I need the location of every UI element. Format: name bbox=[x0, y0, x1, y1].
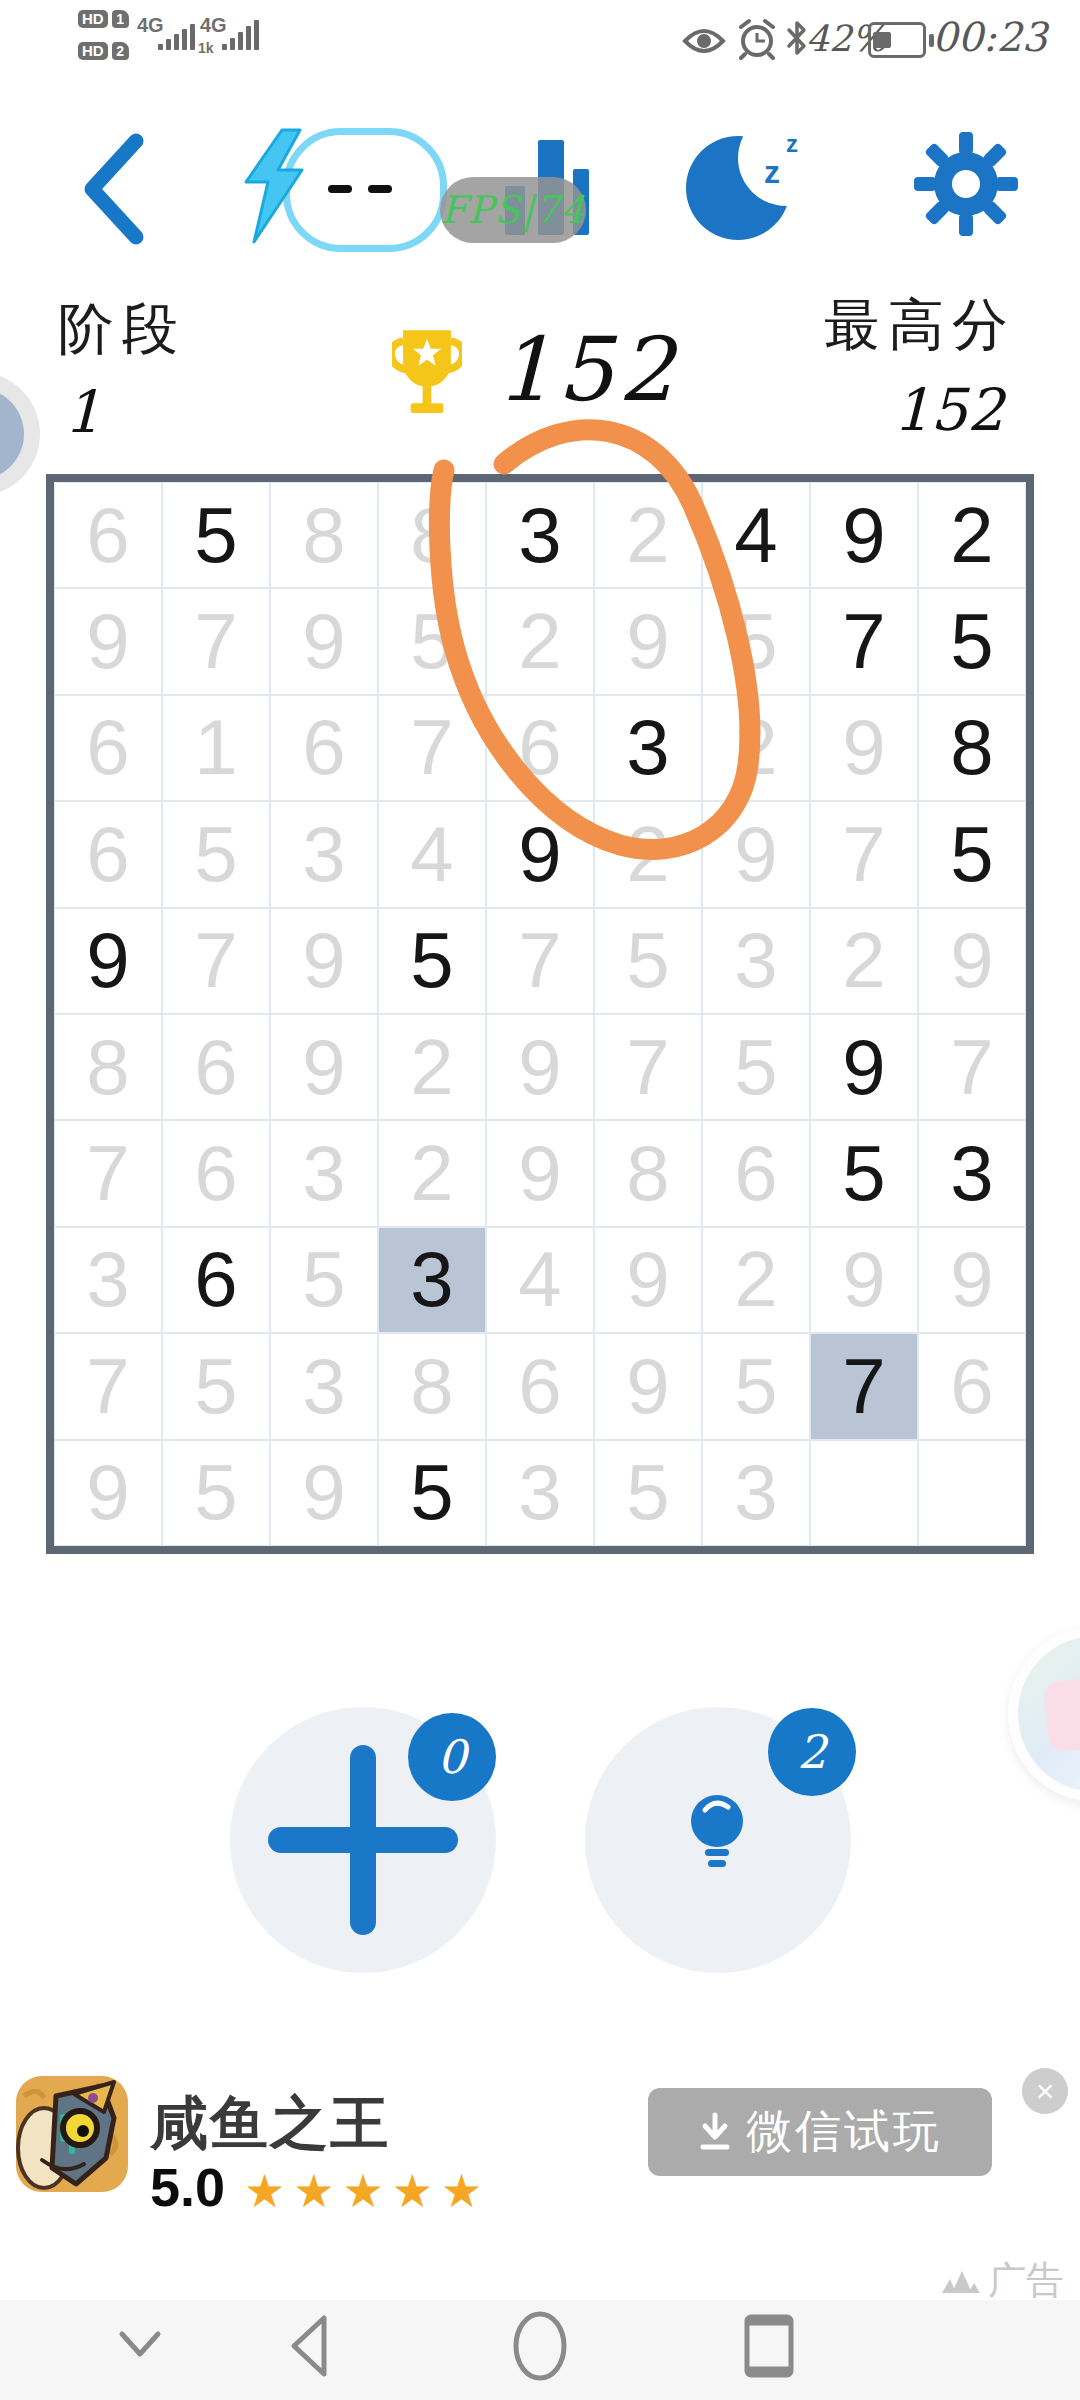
cell-r7c9[interactable]: 3 bbox=[918, 1120, 1026, 1226]
stage-label: 阶段 bbox=[58, 292, 186, 368]
stage-value: 1 bbox=[64, 378, 101, 446]
hd-icon: HD bbox=[78, 10, 108, 28]
best-score-label: 最高分 bbox=[824, 288, 1016, 364]
hd-icon: HD bbox=[78, 42, 108, 60]
cell-r6c5[interactable]: 9 bbox=[486, 1014, 594, 1120]
cell-r7c6[interactable]: 8 bbox=[594, 1120, 702, 1226]
cell-r10c3[interactable]: 9 bbox=[270, 1440, 378, 1546]
cell-r7c5[interactable]: 9 bbox=[486, 1120, 594, 1226]
cell-r8c1[interactable]: 3 bbox=[54, 1227, 162, 1333]
cell-r8c3[interactable]: 5 bbox=[270, 1227, 378, 1333]
cell-r2c8[interactable]: 7 bbox=[810, 588, 918, 694]
trophy-icon bbox=[392, 326, 462, 426]
cell-r8c8[interactable]: 9 bbox=[810, 1227, 918, 1333]
cell-r5c2[interactable]: 7 bbox=[162, 908, 270, 1014]
floating-widget-value: 22 bbox=[0, 388, 24, 480]
back-button[interactable] bbox=[80, 133, 146, 245]
cell-r6c8[interactable]: 9 bbox=[810, 1014, 918, 1120]
settings-gear-button[interactable] bbox=[914, 132, 1018, 236]
ad-tag: 广告 bbox=[940, 2255, 1064, 2306]
cell-r7c1[interactable]: 7 bbox=[54, 1120, 162, 1226]
network-speed: 1k bbox=[198, 40, 214, 56]
ad-tag-icon bbox=[940, 2267, 982, 2295]
cell-r1c6[interactable]: 2 bbox=[594, 482, 702, 588]
cell-r5c7[interactable]: 3 bbox=[702, 908, 810, 1014]
cell-r5c1[interactable]: 9 bbox=[54, 908, 162, 1014]
night-mode-button[interactable]: z z z bbox=[686, 128, 812, 240]
cell-r6c9[interactable]: 7 bbox=[918, 1014, 1026, 1120]
dash-icon bbox=[368, 185, 392, 193]
cell-r9c6[interactable]: 9 bbox=[594, 1333, 702, 1439]
cell-r7c2[interactable]: 6 bbox=[162, 1120, 270, 1226]
cell-r10c8[interactable] bbox=[810, 1440, 918, 1546]
cell-r3c5[interactable]: 6 bbox=[486, 695, 594, 801]
cell-r10c1[interactable]: 9 bbox=[54, 1440, 162, 1546]
board-grid: 6588324929795295756167632986534929759795… bbox=[54, 482, 1026, 1546]
cell-r1c3[interactable]: 8 bbox=[270, 482, 378, 588]
cell-r1c9[interactable]: 2 bbox=[918, 482, 1026, 588]
hd1-badge: HD 1 bbox=[78, 10, 129, 28]
cell-r4c2[interactable]: 5 bbox=[162, 801, 270, 907]
download-icon bbox=[698, 2112, 732, 2152]
ad-close-button[interactable]: × bbox=[1022, 2068, 1068, 2114]
screen: HD 1 HD 2 4G 4G 1k 42% 00:23 bbox=[0, 0, 1080, 2400]
cell-r10c7[interactable]: 3 bbox=[702, 1440, 810, 1546]
cell-r4c1[interactable]: 6 bbox=[54, 801, 162, 907]
cell-r6c2[interactable]: 6 bbox=[162, 1014, 270, 1120]
cell-r4c3[interactable]: 3 bbox=[270, 801, 378, 907]
dash-icon bbox=[328, 185, 352, 193]
cell-r9c3[interactable]: 3 bbox=[270, 1333, 378, 1439]
cell-r9c4[interactable]: 8 bbox=[378, 1333, 486, 1439]
cell-r10c9[interactable] bbox=[918, 1440, 1026, 1546]
cell-r3c9[interactable]: 8 bbox=[918, 695, 1026, 801]
ad-title: 咸鱼之王 bbox=[150, 2085, 390, 2163]
cell-r6c3[interactable]: 9 bbox=[270, 1014, 378, 1120]
tv-icon bbox=[1043, 1673, 1080, 1752]
cell-r9c7[interactable]: 5 bbox=[702, 1333, 810, 1439]
cell-r3c6[interactable]: 3 bbox=[594, 695, 702, 801]
cell-r5c3[interactable]: 9 bbox=[270, 908, 378, 1014]
cell-r10c6[interactable]: 5 bbox=[594, 1440, 702, 1546]
lightning-icon[interactable] bbox=[238, 128, 318, 246]
cell-r8c9[interactable]: 9 bbox=[918, 1227, 1026, 1333]
cell-r3c8[interactable]: 9 bbox=[810, 695, 918, 801]
cell-r2c6[interactable]: 9 bbox=[594, 588, 702, 694]
ad-rating: 5.0 bbox=[150, 2156, 225, 2218]
cell-r10c5[interactable]: 3 bbox=[486, 1440, 594, 1546]
cell-r2c5[interactable]: 2 bbox=[486, 588, 594, 694]
cell-r1c7[interactable]: 4 bbox=[702, 482, 810, 588]
nav-home-button[interactable] bbox=[512, 2310, 568, 2382]
clock-time: 00:23 bbox=[932, 14, 1047, 60]
ad-cta-button[interactable]: 微信试玩 bbox=[648, 2088, 992, 2176]
cell-r2c4[interactable]: 5 bbox=[378, 588, 486, 694]
cell-r3c1[interactable]: 6 bbox=[54, 695, 162, 801]
cell-r8c5[interactable]: 4 bbox=[486, 1227, 594, 1333]
cell-r2c7[interactable]: 5 bbox=[702, 588, 810, 694]
cell-r9c1[interactable]: 7 bbox=[54, 1333, 162, 1439]
system-nav-bar bbox=[0, 2300, 1080, 2400]
cell-r3c3[interactable]: 6 bbox=[270, 695, 378, 801]
add-count-badge: 0 bbox=[408, 1713, 496, 1801]
hd2-badge: HD 2 bbox=[78, 42, 129, 60]
eye-icon bbox=[682, 26, 726, 56]
cell-r7c4[interactable]: 2 bbox=[378, 1120, 486, 1226]
cell-r1c8[interactable]: 9 bbox=[810, 482, 918, 588]
cell-r8c2[interactable]: 6 bbox=[162, 1227, 270, 1333]
cell-r3c7[interactable]: 2 bbox=[702, 695, 810, 801]
score-value: 152 bbox=[496, 318, 679, 421]
cell-r9c8[interactable]: 7 bbox=[810, 1333, 918, 1439]
hint-count-badge: 2 bbox=[768, 1708, 856, 1796]
cell-r3c4[interactable]: 7 bbox=[378, 695, 486, 801]
battery-icon bbox=[868, 22, 934, 58]
cell-r4c6[interactable]: 2 bbox=[594, 801, 702, 907]
cell-r1c5[interactable]: 3 bbox=[486, 482, 594, 588]
cell-r2c1[interactable]: 9 bbox=[54, 588, 162, 694]
cell-r6c6[interactable]: 7 bbox=[594, 1014, 702, 1120]
cell-r5c4[interactable]: 5 bbox=[378, 908, 486, 1014]
fps-counter: FPS|74 bbox=[440, 177, 586, 243]
floating-widget-left[interactable]: 22 bbox=[0, 372, 40, 496]
signal-bars bbox=[158, 24, 195, 50]
cell-r4c8[interactable]: 7 bbox=[810, 801, 918, 907]
cell-r5c6[interactable]: 5 bbox=[594, 908, 702, 1014]
cell-r2c9[interactable]: 5 bbox=[918, 588, 1026, 694]
cell-r2c2[interactable]: 7 bbox=[162, 588, 270, 694]
cell-r4c9[interactable]: 5 bbox=[918, 801, 1026, 907]
cell-r4c4[interactable]: 4 bbox=[378, 801, 486, 907]
cell-r1c4[interactable]: 8 bbox=[378, 482, 486, 588]
cell-r8c4[interactable]: 3 bbox=[378, 1227, 486, 1333]
cell-r6c4[interactable]: 2 bbox=[378, 1014, 486, 1120]
status-bar: HD 1 HD 2 4G 4G 1k 42% 00:23 bbox=[0, 6, 1080, 70]
cell-r5c5[interactable]: 7 bbox=[486, 908, 594, 1014]
cell-r3c2[interactable]: 1 bbox=[162, 695, 270, 801]
floating-widget-right[interactable] bbox=[1008, 1626, 1080, 1802]
signal-bars bbox=[222, 20, 259, 50]
cell-r7c3[interactable]: 3 bbox=[270, 1120, 378, 1226]
cell-r6c7[interactable]: 5 bbox=[702, 1014, 810, 1120]
cell-r4c7[interactable]: 9 bbox=[702, 801, 810, 907]
cell-r1c1[interactable]: 6 bbox=[54, 482, 162, 588]
alarm-icon bbox=[736, 18, 778, 60]
cell-r9c2[interactable]: 5 bbox=[162, 1333, 270, 1439]
cell-r2c3[interactable]: 9 bbox=[270, 588, 378, 694]
cell-r9c9[interactable]: 6 bbox=[918, 1333, 1026, 1439]
cell-r9c5[interactable]: 6 bbox=[486, 1333, 594, 1439]
nav-hide-chevron-button[interactable] bbox=[118, 2330, 162, 2358]
cell-r8c6[interactable]: 9 bbox=[594, 1227, 702, 1333]
cell-r4c5[interactable]: 9 bbox=[486, 801, 594, 907]
cell-r5c9[interactable]: 9 bbox=[918, 908, 1026, 1014]
lightbulb-icon bbox=[685, 1791, 749, 1875]
cell-r8c7[interactable]: 2 bbox=[702, 1227, 810, 1333]
star-rating-icons: ★★★★★ bbox=[244, 2164, 490, 2218]
cell-r7c7[interactable]: 6 bbox=[702, 1120, 810, 1226]
cell-r7c8[interactable]: 5 bbox=[810, 1120, 918, 1226]
nav-recents-button[interactable] bbox=[742, 2312, 796, 2380]
cell-r1c2[interactable]: 5 bbox=[162, 482, 270, 588]
cell-r10c4[interactable]: 5 bbox=[378, 1440, 486, 1546]
cell-r6c1[interactable]: 8 bbox=[54, 1014, 162, 1120]
best-score-value: 152 bbox=[893, 376, 1004, 444]
game-board: 6588324929795295756167632986534929759795… bbox=[46, 474, 1034, 1554]
ad-app-icon[interactable] bbox=[16, 2076, 128, 2192]
nav-back-button[interactable] bbox=[288, 2314, 330, 2378]
cell-r10c2[interactable]: 5 bbox=[162, 1440, 270, 1546]
cell-r5c8[interactable]: 2 bbox=[810, 908, 918, 1014]
